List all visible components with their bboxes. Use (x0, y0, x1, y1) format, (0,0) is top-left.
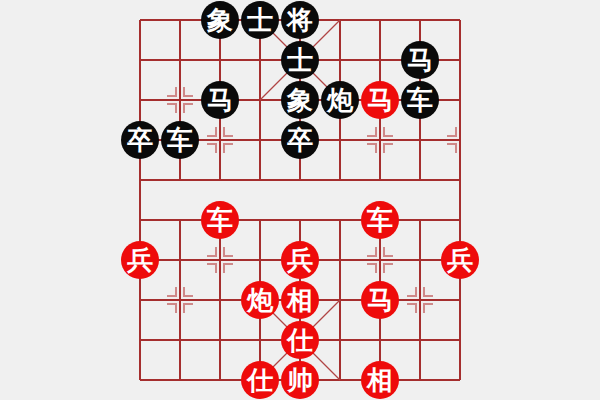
piece-glyph: 炮 (241, 281, 279, 319)
red-advisor[interactable]: 仕 (240, 360, 280, 400)
black-soldier[interactable]: 卒 (280, 120, 320, 160)
piece-glyph: 兵 (281, 241, 319, 279)
black-advisor[interactable]: 士 (280, 40, 320, 80)
piece-glyph: 士 (241, 1, 279, 39)
red-horse[interactable]: 马 (360, 80, 400, 120)
piece-glyph: 车 (361, 201, 399, 239)
piece-layer: 象士将士马马象炮马车卒车卒车车兵兵兵炮相马仕仕帅相 (120, 0, 480, 400)
black-cannon[interactable]: 炮 (320, 80, 360, 120)
piece-glyph: 马 (401, 41, 439, 79)
xiangqi-app: 象士将士马马象炮马车卒车卒车车兵兵兵炮相马仕仕帅相 (0, 0, 600, 400)
black-soldier[interactable]: 卒 (120, 120, 160, 160)
black-general[interactable]: 将 (280, 0, 320, 40)
red-soldier[interactable]: 兵 (440, 240, 480, 280)
black-horse[interactable]: 马 (400, 40, 440, 80)
piece-glyph: 帅 (281, 361, 319, 399)
piece-glyph: 兵 (121, 241, 159, 279)
black-advisor[interactable]: 士 (240, 0, 280, 40)
xiangqi-board: 象士将士马马象炮马车卒车卒车车兵兵兵炮相马仕仕帅相 (0, 0, 600, 400)
piece-glyph: 将 (281, 1, 319, 39)
red-chariot[interactable]: 车 (200, 200, 240, 240)
red-soldier[interactable]: 兵 (120, 240, 160, 280)
red-advisor[interactable]: 仕 (280, 320, 320, 360)
piece-glyph: 仕 (241, 361, 279, 399)
piece-glyph: 相 (361, 361, 399, 399)
red-chariot[interactable]: 车 (360, 200, 400, 240)
red-elephant[interactable]: 相 (280, 280, 320, 320)
red-general[interactable]: 帅 (280, 360, 320, 400)
piece-glyph: 马 (361, 81, 399, 119)
piece-glyph: 马 (201, 81, 239, 119)
piece-glyph: 车 (161, 121, 199, 159)
piece-glyph: 卒 (281, 121, 319, 159)
red-horse[interactable]: 马 (360, 280, 400, 320)
red-soldier[interactable]: 兵 (280, 240, 320, 280)
piece-glyph: 车 (201, 201, 239, 239)
black-chariot[interactable]: 车 (160, 120, 200, 160)
piece-glyph: 车 (401, 81, 439, 119)
piece-glyph: 士 (281, 41, 319, 79)
piece-glyph: 兵 (441, 241, 479, 279)
piece-glyph: 仕 (281, 321, 319, 359)
red-cannon[interactable]: 炮 (240, 280, 280, 320)
piece-glyph: 相 (281, 281, 319, 319)
black-horse[interactable]: 马 (200, 80, 240, 120)
piece-glyph: 象 (281, 81, 319, 119)
black-elephant[interactable]: 象 (280, 80, 320, 120)
red-elephant[interactable]: 相 (360, 360, 400, 400)
piece-glyph: 象 (201, 1, 239, 39)
piece-glyph: 卒 (121, 121, 159, 159)
black-chariot[interactable]: 车 (400, 80, 440, 120)
piece-glyph: 炮 (321, 81, 359, 119)
black-elephant[interactable]: 象 (200, 0, 240, 40)
piece-glyph: 马 (361, 281, 399, 319)
